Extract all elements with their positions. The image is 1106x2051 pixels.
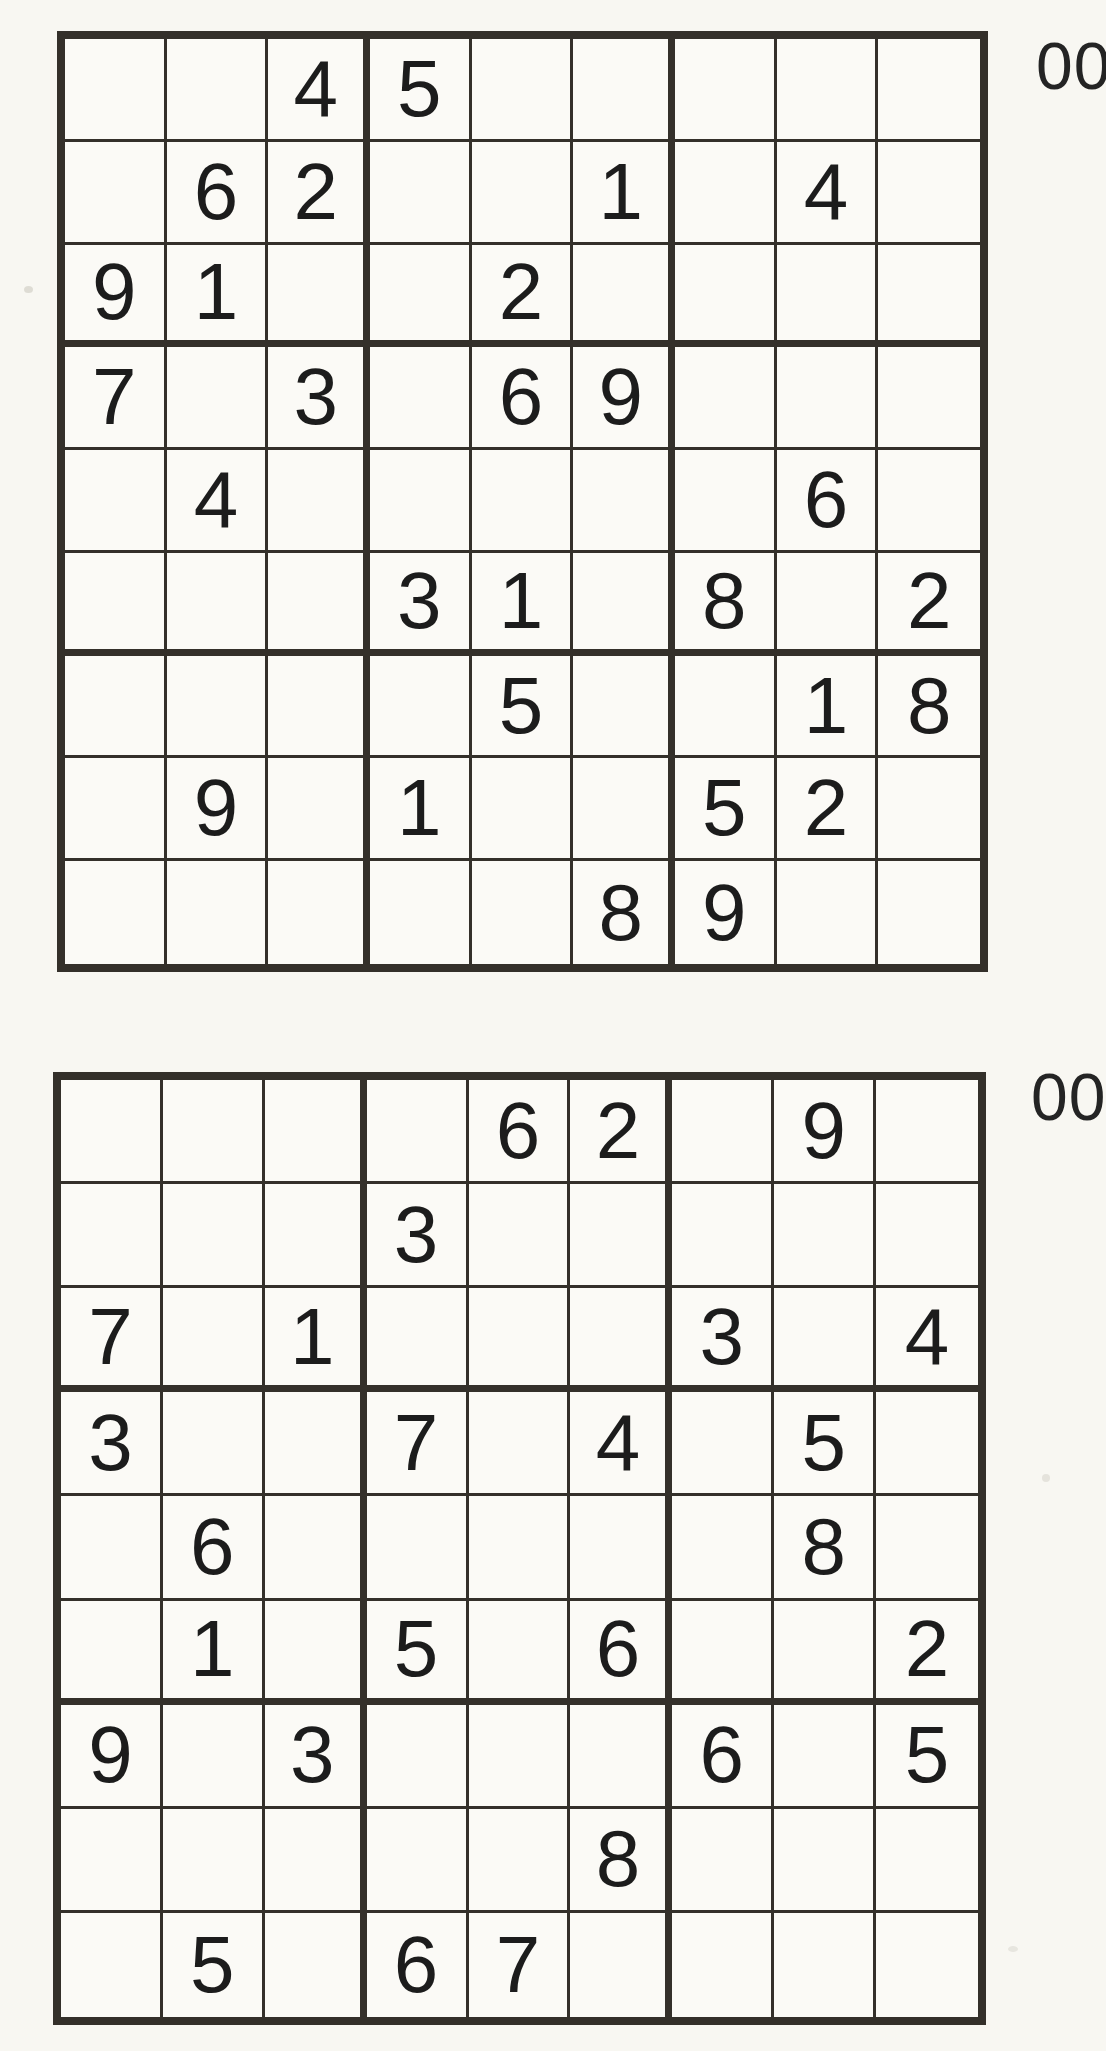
board2-cell-r2c7 bbox=[672, 1184, 774, 1288]
board1-cell-r2c5 bbox=[472, 142, 574, 245]
board2-cell-r8c2 bbox=[163, 1809, 265, 1913]
board2-cell-r3c2 bbox=[163, 1288, 265, 1392]
board1-cell-r2c4 bbox=[370, 142, 472, 245]
board2-cell-r2c1 bbox=[61, 1184, 163, 1288]
board1-cell-r5c3 bbox=[268, 450, 370, 553]
board2-cell-r7c8 bbox=[774, 1705, 876, 1809]
puzzle-1-number-label: 00 bbox=[1036, 33, 1106, 99]
board2-cell-r5c6 bbox=[570, 1496, 672, 1600]
board2-cell-r1c2 bbox=[163, 1080, 265, 1184]
board2-cell-r7c9: 5 bbox=[876, 1705, 978, 1809]
scan-speck bbox=[1008, 1946, 1018, 1952]
board1-cell-r3c8 bbox=[777, 245, 879, 348]
board1-cell-r1c4: 5 bbox=[370, 39, 472, 142]
board1-cell-r6c2 bbox=[167, 553, 269, 656]
board1-cell-r2c3: 2 bbox=[268, 142, 370, 245]
board1-cell-r7c6 bbox=[573, 656, 675, 759]
board2-cell-r9c7 bbox=[672, 1913, 774, 2017]
board2-cell-r5c9 bbox=[876, 1496, 978, 1600]
board2-cell-r1c5: 6 bbox=[469, 1080, 571, 1184]
board1-cell-r7c4 bbox=[370, 656, 472, 759]
board1-cell-r3c4 bbox=[370, 245, 472, 348]
board1-cell-r7c7 bbox=[675, 656, 777, 759]
board1-cell-r9c1 bbox=[65, 861, 167, 964]
board1-cell-r5c4 bbox=[370, 450, 472, 553]
board2-cell-r3c7: 3 bbox=[672, 1288, 774, 1392]
board2-cell-r1c8: 9 bbox=[774, 1080, 876, 1184]
board1-cell-r6c5: 1 bbox=[472, 553, 574, 656]
board1-cell-r4c6: 9 bbox=[573, 347, 675, 450]
board2-cell-r4c4: 7 bbox=[367, 1392, 469, 1496]
board1-cell-r5c6 bbox=[573, 450, 675, 553]
scanned-sudoku-page: 4562149127369463182518915289 00 62937134… bbox=[0, 0, 1106, 2051]
board1-cell-r5c1 bbox=[65, 450, 167, 553]
board1-cell-r9c7: 9 bbox=[675, 861, 777, 964]
board1-cell-r6c3 bbox=[268, 553, 370, 656]
board1-cell-r7c1 bbox=[65, 656, 167, 759]
board2-cell-r8c8 bbox=[774, 1809, 876, 1913]
board2-cell-r9c3 bbox=[265, 1913, 367, 2017]
board2-cell-r6c7 bbox=[672, 1601, 774, 1705]
board2-cell-r6c8 bbox=[774, 1601, 876, 1705]
board2-cell-r2c6 bbox=[570, 1184, 672, 1288]
board2-cell-r6c4: 5 bbox=[367, 1601, 469, 1705]
board2-cell-r5c3 bbox=[265, 1496, 367, 1600]
board1-cell-r6c4: 3 bbox=[370, 553, 472, 656]
board1-cell-r4c1: 7 bbox=[65, 347, 167, 450]
board1-cell-r9c9 bbox=[878, 861, 980, 964]
board1-cell-r7c3 bbox=[268, 656, 370, 759]
board2-cell-r3c5 bbox=[469, 1288, 571, 1392]
board2-cell-r2c8 bbox=[774, 1184, 876, 1288]
board2-cell-r6c6: 6 bbox=[570, 1601, 672, 1705]
board2-cell-r1c9 bbox=[876, 1080, 978, 1184]
board1-cell-r9c3 bbox=[268, 861, 370, 964]
board1-cell-r3c7 bbox=[675, 245, 777, 348]
board1-cell-r6c7: 8 bbox=[675, 553, 777, 656]
board2-cell-r7c3: 3 bbox=[265, 1705, 367, 1809]
board2-cell-r5c8: 8 bbox=[774, 1496, 876, 1600]
board1-cell-r7c8: 1 bbox=[777, 656, 879, 759]
board1-cell-r4c3: 3 bbox=[268, 347, 370, 450]
board1-cell-r5c2: 4 bbox=[167, 450, 269, 553]
board2-cell-r2c4: 3 bbox=[367, 1184, 469, 1288]
board2-cell-r4c7 bbox=[672, 1392, 774, 1496]
board1-cell-r3c1: 9 bbox=[65, 245, 167, 348]
board2-cell-r4c9 bbox=[876, 1392, 978, 1496]
board1-cell-r5c9 bbox=[878, 450, 980, 553]
board2-cell-r4c8: 5 bbox=[774, 1392, 876, 1496]
board2-cell-r8c4 bbox=[367, 1809, 469, 1913]
board2-cell-r9c1 bbox=[61, 1913, 163, 2017]
board2-cell-r1c1 bbox=[61, 1080, 163, 1184]
board1-cell-r1c6 bbox=[573, 39, 675, 142]
board1-cell-r6c6 bbox=[573, 553, 675, 656]
board2-cell-r1c7 bbox=[672, 1080, 774, 1184]
board2-cell-r7c1: 9 bbox=[61, 1705, 163, 1809]
board1-cell-r5c5 bbox=[472, 450, 574, 553]
board1-cell-r2c6: 1 bbox=[573, 142, 675, 245]
board1-cell-r9c2 bbox=[167, 861, 269, 964]
board1-cell-r8c2: 9 bbox=[167, 758, 269, 861]
board1-cell-r7c2 bbox=[167, 656, 269, 759]
board2-cell-r6c3 bbox=[265, 1601, 367, 1705]
board2-cell-r8c6: 8 bbox=[570, 1809, 672, 1913]
board2-cell-r9c5: 7 bbox=[469, 1913, 571, 2017]
board2-cell-r4c3 bbox=[265, 1392, 367, 1496]
board2-cell-r6c2: 1 bbox=[163, 1601, 265, 1705]
board2-cell-r4c1: 3 bbox=[61, 1392, 163, 1496]
board2-cell-r3c1: 7 bbox=[61, 1288, 163, 1392]
board2-cell-r7c4 bbox=[367, 1705, 469, 1809]
board2-cell-r9c9 bbox=[876, 1913, 978, 2017]
board1-cell-r1c7 bbox=[675, 39, 777, 142]
board1-cell-r1c3: 4 bbox=[268, 39, 370, 142]
board2-cell-r8c3 bbox=[265, 1809, 367, 1913]
scan-speck bbox=[1042, 1474, 1050, 1482]
board1-cell-r3c2: 1 bbox=[167, 245, 269, 348]
board1-cell-r8c5 bbox=[472, 758, 574, 861]
board1-cell-r9c8 bbox=[777, 861, 879, 964]
board2-cell-r2c9 bbox=[876, 1184, 978, 1288]
board1-cell-r8c8: 2 bbox=[777, 758, 879, 861]
board2-cell-r3c8 bbox=[774, 1288, 876, 1392]
board1-cell-r2c8: 4 bbox=[777, 142, 879, 245]
board1-cell-r6c9: 2 bbox=[878, 553, 980, 656]
board1-cell-r3c6 bbox=[573, 245, 675, 348]
board2-cell-r6c1 bbox=[61, 1601, 163, 1705]
board2-cell-r6c5 bbox=[469, 1601, 571, 1705]
board1-cell-r4c8 bbox=[777, 347, 879, 450]
board2-cell-r3c4 bbox=[367, 1288, 469, 1392]
board1-cell-r8c3 bbox=[268, 758, 370, 861]
board1-cell-r2c1 bbox=[65, 142, 167, 245]
board1-cell-r8c7: 5 bbox=[675, 758, 777, 861]
board1-cell-r9c4 bbox=[370, 861, 472, 964]
board1-cell-r7c5: 5 bbox=[472, 656, 574, 759]
board2-cell-r8c1 bbox=[61, 1809, 163, 1913]
board1-cell-r2c2: 6 bbox=[167, 142, 269, 245]
board2-cell-r2c5 bbox=[469, 1184, 571, 1288]
board2-cell-r4c5 bbox=[469, 1392, 571, 1496]
puzzle-2-number-label: 00 bbox=[1031, 1064, 1106, 1130]
board2-cell-r1c6: 2 bbox=[570, 1080, 672, 1184]
board2-cell-r9c6 bbox=[570, 1913, 672, 2017]
board1-cell-r5c8: 6 bbox=[777, 450, 879, 553]
board1-cell-r1c5 bbox=[472, 39, 574, 142]
board1-cell-r7c9: 8 bbox=[878, 656, 980, 759]
board1-cell-r4c7 bbox=[675, 347, 777, 450]
board1-cell-r9c5 bbox=[472, 861, 574, 964]
board2-cell-r4c6: 4 bbox=[570, 1392, 672, 1496]
board2-cell-r3c6 bbox=[570, 1288, 672, 1392]
board1-cell-r2c9 bbox=[878, 142, 980, 245]
board2-cell-r5c7 bbox=[672, 1496, 774, 1600]
board1-cell-r1c2 bbox=[167, 39, 269, 142]
board1-cell-r8c1 bbox=[65, 758, 167, 861]
sudoku-board-2: 62937134374568156293658567 bbox=[53, 1072, 986, 2025]
board1-cell-r1c9 bbox=[878, 39, 980, 142]
board2-cell-r9c4: 6 bbox=[367, 1913, 469, 2017]
board1-cell-r9c6: 8 bbox=[573, 861, 675, 964]
board2-cell-r3c9: 4 bbox=[876, 1288, 978, 1392]
board1-cell-r8c9 bbox=[878, 758, 980, 861]
board1-cell-r4c2 bbox=[167, 347, 269, 450]
board1-cell-r4c4 bbox=[370, 347, 472, 450]
board2-cell-r9c8 bbox=[774, 1913, 876, 2017]
board2-cell-r8c5 bbox=[469, 1809, 571, 1913]
board2-cell-r9c2: 5 bbox=[163, 1913, 265, 2017]
board1-cell-r8c4: 1 bbox=[370, 758, 472, 861]
board2-cell-r5c5 bbox=[469, 1496, 571, 1600]
board1-cell-r5c7 bbox=[675, 450, 777, 553]
board2-cell-r8c7 bbox=[672, 1809, 774, 1913]
board2-cell-r5c4 bbox=[367, 1496, 469, 1600]
board2-cell-r3c3: 1 bbox=[265, 1288, 367, 1392]
board2-cell-r2c2 bbox=[163, 1184, 265, 1288]
board2-cell-r7c6 bbox=[570, 1705, 672, 1809]
board1-cell-r2c7 bbox=[675, 142, 777, 245]
board2-cell-r5c2: 6 bbox=[163, 1496, 265, 1600]
board2-cell-r4c2 bbox=[163, 1392, 265, 1496]
board1-cell-r3c5: 2 bbox=[472, 245, 574, 348]
board1-cell-r3c9 bbox=[878, 245, 980, 348]
board1-cell-r6c1 bbox=[65, 553, 167, 656]
board2-cell-r8c9 bbox=[876, 1809, 978, 1913]
board2-cell-r7c5 bbox=[469, 1705, 571, 1809]
board2-cell-r1c4 bbox=[367, 1080, 469, 1184]
board1-cell-r8c6 bbox=[573, 758, 675, 861]
board2-cell-r7c2 bbox=[163, 1705, 265, 1809]
board2-cell-r5c1 bbox=[61, 1496, 163, 1600]
board1-cell-r6c8 bbox=[777, 553, 879, 656]
board1-cell-r4c9 bbox=[878, 347, 980, 450]
board1-cell-r1c1 bbox=[65, 39, 167, 142]
sudoku-board-1: 4562149127369463182518915289 bbox=[57, 31, 988, 972]
board2-cell-r6c9: 2 bbox=[876, 1601, 978, 1705]
board2-cell-r7c7: 6 bbox=[672, 1705, 774, 1809]
board1-cell-r1c8 bbox=[777, 39, 879, 142]
board1-cell-r4c5: 6 bbox=[472, 347, 574, 450]
board2-cell-r2c3 bbox=[265, 1184, 367, 1288]
board1-cell-r3c3 bbox=[268, 245, 370, 348]
scan-speck bbox=[24, 286, 33, 293]
board2-cell-r1c3 bbox=[265, 1080, 367, 1184]
